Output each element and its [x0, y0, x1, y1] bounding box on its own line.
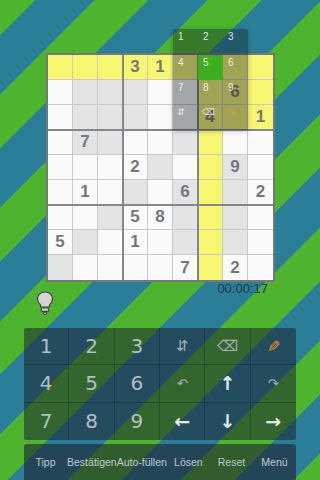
- cell-r8c5[interactable]: [148, 230, 173, 255]
- cell-r6c3[interactable]: [98, 180, 123, 205]
- cell-r6c6[interactable]: 6: [173, 180, 198, 205]
- cell-r6c5[interactable]: [148, 180, 173, 205]
- cell-r4c8[interactable]: [223, 130, 248, 155]
- cell-r5c2[interactable]: [73, 155, 98, 180]
- cell-r9c4[interactable]: [123, 255, 148, 280]
- cell-r9c6[interactable]: 7: [173, 255, 198, 280]
- cell-r8c7[interactable]: [198, 230, 223, 255]
- picker-digit-label: 2: [203, 31, 209, 42]
- key-7[interactable]: 7: [24, 403, 69, 440]
- cell-r7c2[interactable]: [73, 205, 98, 230]
- cell-r9c7[interactable]: [198, 255, 223, 280]
- lightbulb-icon[interactable]: [35, 291, 55, 317]
- cell-r9c5[interactable]: [148, 255, 173, 280]
- cell-r6c1[interactable]: [48, 180, 73, 205]
- cell-r5c9[interactable]: [248, 155, 273, 180]
- cell-r3c5[interactable]: [148, 105, 173, 130]
- key-pencil-icon[interactable]: ✎: [251, 328, 296, 365]
- cell-r3c4[interactable]: [123, 105, 148, 130]
- cell-r7c7[interactable]: [198, 205, 223, 230]
- cell-r9c8[interactable]: 2: [223, 255, 248, 280]
- cell-r4c9[interactable]: [248, 130, 273, 155]
- picker-digit-label: 8: [203, 82, 209, 93]
- cell-r9c2[interactable]: [73, 255, 98, 280]
- cell-r2c3[interactable]: [98, 80, 123, 105]
- cell-r3c3[interactable]: [98, 105, 123, 130]
- picker-7[interactable]: 7: [173, 80, 198, 105]
- toolbar-solve[interactable]: Lösen: [167, 444, 210, 480]
- key-2[interactable]: 2: [69, 328, 114, 365]
- picker-pencil[interactable]: ✎: [223, 105, 248, 130]
- cell-r7c3[interactable]: [98, 205, 123, 230]
- toolbar-tip[interactable]: Tipp: [24, 444, 67, 480]
- cell-r4c5[interactable]: [148, 130, 173, 155]
- picker-5[interactable]: 5: [198, 55, 223, 80]
- cell-r1c9[interactable]: [248, 55, 273, 80]
- key-arrow-up-icon[interactable]: ↑: [205, 365, 250, 402]
- cell-r7c6[interactable]: [173, 205, 198, 230]
- key-6[interactable]: 6: [115, 365, 160, 402]
- toolbar-confirm[interactable]: Bestätigen: [67, 444, 117, 480]
- key-backspace-icon[interactable]: ⌫: [205, 328, 250, 365]
- cell-r2c9[interactable]: [248, 80, 273, 105]
- picker-digit-label: 9: [228, 82, 234, 93]
- cell-r4c3[interactable]: [98, 130, 123, 155]
- picker-4[interactable]: 4: [173, 55, 198, 80]
- toolbar-autofill[interactable]: Auto-füllen: [117, 444, 167, 480]
- cell-r7c4[interactable]: 5: [123, 205, 148, 230]
- cell-r6c4[interactable]: [123, 180, 148, 205]
- cell-r6c8[interactable]: [223, 180, 248, 205]
- picker-digit-label: 4: [178, 57, 184, 68]
- cell-r9c1[interactable]: [48, 255, 73, 280]
- picker-digit-label: 6: [228, 57, 234, 68]
- cell-r8c1[interactable]: 5: [48, 230, 73, 255]
- key-swap-icon[interactable]: ⇵: [160, 328, 205, 365]
- picker-digit-label: 3: [228, 31, 234, 42]
- keypad: 123⇵⌫✎456↶↑↷789←↓→: [24, 328, 296, 440]
- key-redo-icon[interactable]: ↷: [251, 365, 296, 402]
- cell-r8c8[interactable]: [223, 230, 248, 255]
- cell-r1c4[interactable]: 3: [123, 55, 148, 80]
- picker-digit-label: 7: [178, 82, 184, 93]
- cell-r2c5[interactable]: [148, 80, 173, 105]
- key-1[interactable]: 1: [24, 328, 69, 365]
- box-border-horizontal-2: [48, 204, 273, 206]
- picker-1[interactable]: 1: [173, 29, 198, 55]
- picker-3[interactable]: 3: [223, 29, 248, 55]
- key-arrow-right-icon[interactable]: →: [251, 403, 296, 440]
- picker-8[interactable]: 8: [198, 80, 223, 105]
- cell-r6c7[interactable]: [198, 180, 223, 205]
- key-3[interactable]: 3: [115, 328, 160, 365]
- cell-r8c6[interactable]: [173, 230, 198, 255]
- cell-r4c2[interactable]: 7: [73, 130, 98, 155]
- cell-r5c8[interactable]: 9: [223, 155, 248, 180]
- cell-r3c9[interactable]: 1: [248, 105, 273, 130]
- cell-r1c2[interactable]: [73, 55, 98, 80]
- sudoku-app-screen: { "game": "sudoku", "position": "0003100…: [0, 0, 320, 480]
- cell-r8c2[interactable]: [73, 230, 98, 255]
- cell-r8c3[interactable]: [98, 230, 123, 255]
- number-picker-popup: 123456789⇵⌫✎: [173, 29, 248, 130]
- picker-row-1: 123: [173, 29, 248, 55]
- cell-r7c9[interactable]: [248, 205, 273, 230]
- picker-pencil-icon: ✎: [227, 107, 235, 117]
- key-9[interactable]: 9: [115, 403, 160, 440]
- cell-r1c3[interactable]: [98, 55, 123, 80]
- timer: 00:00:17: [217, 281, 268, 296]
- key-4[interactable]: 4: [24, 365, 69, 402]
- cell-r5c1[interactable]: [48, 155, 73, 180]
- key-arrow-down-icon[interactable]: ↓: [205, 403, 250, 440]
- box-border-vertical-1: [122, 55, 124, 280]
- cell-r2c4[interactable]: [123, 80, 148, 105]
- toolbar-menu[interactable]: Menü: [253, 444, 296, 480]
- cell-r8c4[interactable]: 1: [123, 230, 148, 255]
- cell-r6c2[interactable]: 1: [73, 180, 98, 205]
- picker-digit-label: 5: [203, 57, 209, 68]
- toolbar-reset[interactable]: Reset: [210, 444, 253, 480]
- cell-r5c5[interactable]: [148, 155, 173, 180]
- picker-row-3: 789: [173, 80, 248, 105]
- cell-r2c1[interactable]: [48, 80, 73, 105]
- key-8[interactable]: 8: [69, 403, 114, 440]
- key-undo-icon[interactable]: ↶: [160, 365, 205, 402]
- cell-r5c7[interactable]: [198, 155, 223, 180]
- picker-6[interactable]: 6: [223, 55, 248, 80]
- cell-r4c6[interactable]: [173, 130, 198, 155]
- picker-9[interactable]: 9: [223, 80, 248, 105]
- cell-r5c6[interactable]: [173, 155, 198, 180]
- key-arrow-left-icon[interactable]: ←: [160, 403, 205, 440]
- cell-r8c9[interactable]: [248, 230, 273, 255]
- cell-r7c8[interactable]: [223, 205, 248, 230]
- picker-2[interactable]: 2: [198, 29, 223, 55]
- picker-delete[interactable]: ⌫: [198, 105, 223, 130]
- picker-tool-row: ⇵⌫✎: [173, 105, 248, 130]
- cell-r9c3[interactable]: [98, 255, 123, 280]
- cell-r5c4[interactable]: 2: [123, 155, 148, 180]
- picker-digit-label: 1: [178, 31, 184, 42]
- cell-r4c1[interactable]: [48, 130, 73, 155]
- cell-r9c9[interactable]: [248, 255, 273, 280]
- cell-r7c1[interactable]: [48, 205, 73, 230]
- picker-delete-icon: ⌫: [202, 107, 215, 117]
- cell-r1c1[interactable]: [48, 55, 73, 80]
- cell-r5c3[interactable]: [98, 155, 123, 180]
- cell-r3c2[interactable]: [73, 105, 98, 130]
- cell-r6c9[interactable]: 2: [248, 180, 273, 205]
- bottom-toolbar: TippBestätigenAuto-füllenLösenResetMenü: [24, 444, 296, 480]
- cell-r1c5[interactable]: 1: [148, 55, 173, 80]
- picker-swap[interactable]: ⇵: [173, 105, 198, 130]
- cell-r7c5[interactable]: 8: [148, 205, 173, 230]
- picker-row-2: 456: [173, 55, 248, 80]
- cell-r3c1[interactable]: [48, 105, 73, 130]
- cell-r4c4[interactable]: [123, 130, 148, 155]
- key-5[interactable]: 5: [69, 365, 114, 402]
- picker-swap-icon: ⇵: [177, 107, 185, 117]
- cell-r2c2[interactable]: [73, 80, 98, 105]
- cell-r4c7[interactable]: [198, 130, 223, 155]
